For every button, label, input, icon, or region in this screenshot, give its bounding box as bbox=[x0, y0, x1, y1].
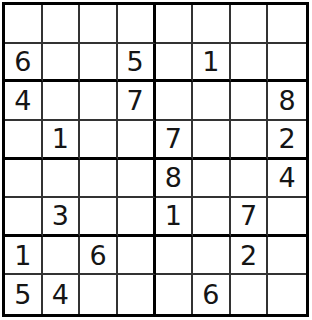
cell-r4c8-given[interactable]: 2 bbox=[268, 121, 306, 160]
cell-r1c1-empty[interactable] bbox=[5, 5, 43, 44]
cell-r8c1-given[interactable]: 5 bbox=[5, 275, 43, 314]
cell-r1c7-empty[interactable] bbox=[231, 5, 269, 44]
cell-r7c8-empty[interactable] bbox=[268, 237, 306, 276]
cell-r2c6-given[interactable]: 1 bbox=[193, 44, 231, 83]
cell-r7c1-given[interactable]: 1 bbox=[5, 237, 43, 276]
cell-r1c4-empty[interactable] bbox=[118, 5, 156, 44]
cell-r5c5-given[interactable]: 8 bbox=[156, 160, 194, 199]
cell-r3c7-empty[interactable] bbox=[231, 82, 269, 121]
cell-r5c6-empty[interactable] bbox=[193, 160, 231, 199]
cell-r3c3-empty[interactable] bbox=[80, 82, 118, 121]
cell-r8c8-empty[interactable] bbox=[268, 275, 306, 314]
cell-r3c4-given[interactable]: 7 bbox=[118, 82, 156, 121]
cell-r8c4-empty[interactable] bbox=[118, 275, 156, 314]
cell-r6c6-empty[interactable] bbox=[193, 198, 231, 237]
cell-r6c7-given[interactable]: 7 bbox=[231, 198, 269, 237]
cell-r7c2-empty[interactable] bbox=[43, 237, 81, 276]
cell-r8c2-given[interactable]: 4 bbox=[43, 275, 81, 314]
cell-r2c5-empty[interactable] bbox=[156, 44, 194, 83]
cell-r4c3-empty[interactable] bbox=[80, 121, 118, 160]
cell-r5c8-given[interactable]: 4 bbox=[268, 160, 306, 199]
cell-r8c7-empty[interactable] bbox=[231, 275, 269, 314]
cell-r6c5-given[interactable]: 1 bbox=[156, 198, 194, 237]
cell-r3c2-empty[interactable] bbox=[43, 82, 81, 121]
cell-r7c7-given[interactable]: 2 bbox=[231, 237, 269, 276]
cell-r6c3-empty[interactable] bbox=[80, 198, 118, 237]
cell-r4c7-empty[interactable] bbox=[231, 121, 269, 160]
cell-r4c4-empty[interactable] bbox=[118, 121, 156, 160]
cell-r3c8-given[interactable]: 8 bbox=[268, 82, 306, 121]
cell-r8c5-empty[interactable] bbox=[156, 275, 194, 314]
cell-r2c2-empty[interactable] bbox=[43, 44, 81, 83]
cell-r7c6-empty[interactable] bbox=[193, 237, 231, 276]
cell-r6c4-empty[interactable] bbox=[118, 198, 156, 237]
sudoku-board: 65147817284317162546 bbox=[2, 2, 309, 317]
cell-r3c5-empty[interactable] bbox=[156, 82, 194, 121]
cell-r8c3-empty[interactable] bbox=[80, 275, 118, 314]
cell-r5c3-empty[interactable] bbox=[80, 160, 118, 199]
cell-r6c1-empty[interactable] bbox=[5, 198, 43, 237]
cell-r1c2-empty[interactable] bbox=[43, 5, 81, 44]
cell-r7c4-empty[interactable] bbox=[118, 237, 156, 276]
cell-r2c7-empty[interactable] bbox=[231, 44, 269, 83]
cell-r8c6-given[interactable]: 6 bbox=[193, 275, 231, 314]
cell-r7c5-empty[interactable] bbox=[156, 237, 194, 276]
cell-r1c6-empty[interactable] bbox=[193, 5, 231, 44]
cell-r4c5-given[interactable]: 7 bbox=[156, 121, 194, 160]
cell-r1c5-empty[interactable] bbox=[156, 5, 194, 44]
cell-r5c7-empty[interactable] bbox=[231, 160, 269, 199]
cell-r2c1-given[interactable]: 6 bbox=[5, 44, 43, 83]
cell-r6c8-empty[interactable] bbox=[268, 198, 306, 237]
cell-r2c3-empty[interactable] bbox=[80, 44, 118, 83]
cell-r1c8-empty[interactable] bbox=[268, 5, 306, 44]
cell-r3c1-given[interactable]: 4 bbox=[5, 82, 43, 121]
cell-r5c2-empty[interactable] bbox=[43, 160, 81, 199]
cell-r4c1-empty[interactable] bbox=[5, 121, 43, 160]
cell-r2c8-empty[interactable] bbox=[268, 44, 306, 83]
cell-r2c4-given[interactable]: 5 bbox=[118, 44, 156, 83]
cell-r4c6-empty[interactable] bbox=[193, 121, 231, 160]
cell-r7c3-given[interactable]: 6 bbox=[80, 237, 118, 276]
cell-r5c4-empty[interactable] bbox=[118, 160, 156, 199]
cell-r6c2-given[interactable]: 3 bbox=[43, 198, 81, 237]
cell-r3c6-empty[interactable] bbox=[193, 82, 231, 121]
cell-r5c1-empty[interactable] bbox=[5, 160, 43, 199]
cell-r4c2-given[interactable]: 1 bbox=[43, 121, 81, 160]
cell-r1c3-empty[interactable] bbox=[80, 5, 118, 44]
